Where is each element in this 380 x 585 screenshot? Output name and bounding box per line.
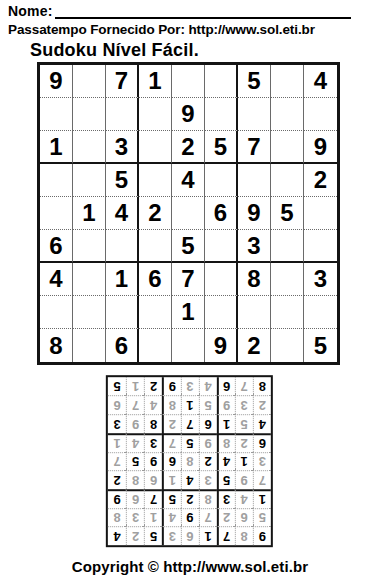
puzzle-cell-r1c8[interactable] bbox=[271, 65, 304, 98]
solution-cell-r9c5: 3 bbox=[180, 377, 198, 396]
puzzle-cell-r9c5[interactable] bbox=[172, 329, 205, 362]
puzzle-cell-r8c1[interactable] bbox=[40, 296, 73, 329]
solution-cell-r5c8: 5 bbox=[126, 452, 144, 471]
puzzle-cell-r1c2[interactable] bbox=[73, 65, 106, 98]
solution-cell-r8c3: 9 bbox=[217, 396, 235, 415]
solution-cell-r8c8: 7 bbox=[126, 396, 144, 415]
puzzle-cell-r8c6[interactable] bbox=[205, 296, 238, 329]
solution-cell-r4c3: 5 bbox=[217, 470, 235, 489]
solution-cell-r6c5: 5 bbox=[180, 433, 198, 452]
puzzle-cell-r4c8[interactable] bbox=[271, 164, 304, 197]
puzzle-cell-r6c9[interactable] bbox=[304, 230, 337, 263]
solution-cell-r1c2: 8 bbox=[235, 527, 253, 546]
puzzle-cell-r6c7: 3 bbox=[238, 230, 271, 263]
puzzle-cell-r2c8[interactable] bbox=[271, 98, 304, 131]
puzzle-cell-r3c1: 1 bbox=[40, 131, 73, 164]
solution-cell-r9c3: 6 bbox=[217, 377, 235, 396]
puzzle-cell-r3c9: 9 bbox=[304, 131, 337, 164]
solution-cell-r1c9: 4 bbox=[108, 527, 126, 546]
puzzle-cell-r1c1: 9 bbox=[40, 65, 73, 98]
solution-cell-r7c8: 9 bbox=[126, 414, 144, 433]
puzzle-cell-r5c5[interactable] bbox=[172, 197, 205, 230]
solution-cell-r9c1: 8 bbox=[253, 377, 271, 396]
solution-cell-r2c5: 9 bbox=[180, 508, 198, 527]
puzzle-cell-r5c8: 5 bbox=[271, 197, 304, 230]
puzzle-cell-r4c9: 2 bbox=[304, 164, 337, 197]
puzzle-cell-r6c3[interactable] bbox=[106, 230, 139, 263]
puzzle-cell-r9c7: 2 bbox=[238, 329, 271, 362]
solution-cell-r6c9: 1 bbox=[108, 433, 126, 452]
solution-cell-r8c9: 6 bbox=[108, 396, 126, 415]
solution-cell-r2c7: 1 bbox=[144, 508, 162, 527]
puzzle-cell-r6c6[interactable] bbox=[205, 230, 238, 263]
puzzle-cell-r9c9: 5 bbox=[304, 329, 337, 362]
puzzle-cell-r7c6[interactable] bbox=[205, 263, 238, 296]
solution-cell-r8c1: 2 bbox=[253, 396, 271, 415]
solution-cell-r4c8: 8 bbox=[126, 470, 144, 489]
solution-cell-r3c5: 2 bbox=[180, 489, 198, 508]
page-title: Sudoku Nível Fácil. bbox=[30, 40, 199, 61]
puzzle-cell-r8c9[interactable] bbox=[304, 296, 337, 329]
solution-cell-r2c4: 7 bbox=[198, 508, 216, 527]
puzzle-cell-r1c5[interactable] bbox=[172, 65, 205, 98]
solution-cell-r1c8: 2 bbox=[126, 527, 144, 546]
solution-cell-r9c4: 4 bbox=[198, 377, 216, 396]
solution-cell-r3c4: 8 bbox=[198, 489, 216, 508]
solution-cell-r2c6: 4 bbox=[162, 508, 180, 527]
name-blank-line bbox=[55, 2, 351, 19]
puzzle-cell-r6c8[interactable] bbox=[271, 230, 304, 263]
puzzle-cell-r7c4: 6 bbox=[139, 263, 172, 296]
solution-cell-r2c8: 3 bbox=[126, 508, 144, 527]
solution-cell-r2c1: 5 bbox=[253, 508, 271, 527]
solution-cell-r7c2: 5 bbox=[235, 414, 253, 433]
puzzle-cell-r7c9: 3 bbox=[304, 263, 337, 296]
puzzle-cell-r4c4[interactable] bbox=[139, 164, 172, 197]
puzzle-cell-r7c8[interactable] bbox=[271, 263, 304, 296]
solution-cell-r3c2: 4 bbox=[235, 489, 253, 508]
solution-cell-r4c7: 6 bbox=[144, 470, 162, 489]
solution-cell-r1c7: 5 bbox=[144, 527, 162, 546]
solution-cell-r1c5: 6 bbox=[180, 527, 198, 546]
puzzle-cell-r2c5: 9 bbox=[172, 98, 205, 131]
solution-cell-r4c6: 1 bbox=[162, 470, 180, 489]
copyright-text: Copyright © http://www.sol.eti.br bbox=[0, 558, 380, 575]
puzzle-cell-r7c5: 7 bbox=[172, 263, 205, 296]
puzzle-cell-r2c4[interactable] bbox=[139, 98, 172, 131]
name-row: Nome: bbox=[8, 2, 372, 19]
solution-cell-r1c3: 7 bbox=[217, 527, 235, 546]
solution-cell-r7c5: 7 bbox=[180, 414, 198, 433]
puzzle-cell-r6c5: 5 bbox=[172, 230, 205, 263]
puzzle-cell-r4c1[interactable] bbox=[40, 164, 73, 197]
puzzle-cell-r8c2[interactable] bbox=[73, 296, 106, 329]
puzzle-cell-r3c4[interactable] bbox=[139, 131, 172, 164]
solution-cell-r9c7: 2 bbox=[144, 377, 162, 396]
solution-cell-r7c4: 6 bbox=[198, 414, 216, 433]
solution-cell-r3c7: 7 bbox=[144, 489, 162, 508]
puzzle-cell-r9c4[interactable] bbox=[139, 329, 172, 362]
puzzle-cell-r2c9[interactable] bbox=[304, 98, 337, 131]
solution-cell-r6c4: 9 bbox=[198, 433, 216, 452]
puzzle-cell-r3c2[interactable] bbox=[73, 131, 106, 164]
puzzle-cell-r8c7[interactable] bbox=[238, 296, 271, 329]
sudoku-worksheet-page: Nome: Passatempo Fornecido Por: http://w… bbox=[0, 0, 380, 585]
solution-cell-r6c7: 3 bbox=[144, 433, 162, 452]
puzzle-cell-r2c7[interactable] bbox=[238, 98, 271, 131]
puzzle-cell-r1c9: 4 bbox=[304, 65, 337, 98]
puzzle-cell-r6c2[interactable] bbox=[73, 230, 106, 263]
puzzle-cell-r9c8[interactable] bbox=[271, 329, 304, 362]
provider-text: Passatempo Fornecido Por: http://www.sol… bbox=[8, 22, 315, 37]
puzzle-cell-r7c1: 4 bbox=[40, 263, 73, 296]
solution-cell-r9c6: 9 bbox=[162, 377, 180, 396]
puzzle-cell-r2c2[interactable] bbox=[73, 98, 106, 131]
solution-cell-r9c9: 5 bbox=[108, 377, 126, 396]
solution-cell-r1c1: 9 bbox=[253, 527, 271, 546]
solution-cell-r5c4: 2 bbox=[198, 452, 216, 471]
solution-cell-r4c5: 4 bbox=[180, 470, 198, 489]
solution-cell-r5c5: 8 bbox=[180, 452, 198, 471]
solution-cell-r6c2: 2 bbox=[235, 433, 253, 452]
puzzle-cell-r8c3[interactable] bbox=[106, 296, 139, 329]
solution-cell-r6c8: 4 bbox=[126, 433, 144, 452]
solution-cell-r8c5: 1 bbox=[180, 396, 198, 415]
solution-cell-r5c1: 3 bbox=[253, 452, 271, 471]
solution-cell-r7c9: 3 bbox=[108, 414, 126, 433]
puzzle-cell-r4c3: 5 bbox=[106, 164, 139, 197]
sudoku-solution-grid: 9871635245627941381438257697953416823142… bbox=[106, 375, 273, 547]
puzzle-cell-r2c1[interactable] bbox=[40, 98, 73, 131]
puzzle-cell-r3c7: 7 bbox=[238, 131, 271, 164]
puzzle-cell-r7c7: 8 bbox=[238, 263, 271, 296]
solution-cell-r5c2: 1 bbox=[235, 452, 253, 471]
solution-cell-r3c1: 1 bbox=[253, 489, 271, 508]
solution-cell-r5c6: 6 bbox=[162, 452, 180, 471]
puzzle-cell-r4c6[interactable] bbox=[205, 164, 238, 197]
solution-cell-r3c9: 9 bbox=[108, 489, 126, 508]
sudoku-puzzle-grid: 971549132579542142695653416783186925 bbox=[37, 62, 340, 365]
puzzle-cell-r6c1: 6 bbox=[40, 230, 73, 263]
solution-cell-r4c2: 9 bbox=[235, 470, 253, 489]
puzzle-cell-r5c7: 9 bbox=[238, 197, 271, 230]
solution-cell-r2c3: 2 bbox=[217, 508, 235, 527]
solution-cell-r4c4: 3 bbox=[198, 470, 216, 489]
solution-cell-r9c8: 1 bbox=[126, 377, 144, 396]
puzzle-cell-r4c2[interactable] bbox=[73, 164, 106, 197]
solution-cell-r5c3: 4 bbox=[217, 452, 235, 471]
solution-cell-r3c6: 5 bbox=[162, 489, 180, 508]
solution-cell-r8c6: 8 bbox=[162, 396, 180, 415]
solution-cell-r1c6: 3 bbox=[162, 527, 180, 546]
puzzle-cell-r1c4: 1 bbox=[139, 65, 172, 98]
puzzle-cell-r5c9[interactable] bbox=[304, 197, 337, 230]
puzzle-cell-r3c5: 2 bbox=[172, 131, 205, 164]
solution-cell-r7c7: 8 bbox=[144, 414, 162, 433]
solution-cell-r7c3: 1 bbox=[217, 414, 235, 433]
solution-cell-r9c2: 7 bbox=[235, 377, 253, 396]
puzzle-cell-r2c3[interactable] bbox=[106, 98, 139, 131]
puzzle-cell-r5c1[interactable] bbox=[40, 197, 73, 230]
solution-cell-r6c1: 6 bbox=[253, 433, 271, 452]
solution-cell-r2c9: 8 bbox=[108, 508, 126, 527]
puzzle-cell-r3c3: 3 bbox=[106, 131, 139, 164]
puzzle-cell-r8c5: 1 bbox=[172, 296, 205, 329]
solution-cell-r7c1: 4 bbox=[253, 414, 271, 433]
solution-cell-r1c4: 1 bbox=[198, 527, 216, 546]
puzzle-cell-r5c6: 6 bbox=[205, 197, 238, 230]
puzzle-cell-r5c4: 2 bbox=[139, 197, 172, 230]
puzzle-cell-r5c3: 4 bbox=[106, 197, 139, 230]
solution-cell-r2c2: 6 bbox=[235, 508, 253, 527]
solution-cell-r4c1: 7 bbox=[253, 470, 271, 489]
puzzle-cell-r9c3: 6 bbox=[106, 329, 139, 362]
solution-cell-r8c4: 5 bbox=[198, 396, 216, 415]
puzzle-cell-r8c4[interactable] bbox=[139, 296, 172, 329]
solution-cell-r5c9: 7 bbox=[108, 452, 126, 471]
puzzle-cell-r7c2[interactable] bbox=[73, 263, 106, 296]
solution-cell-r5c7: 9 bbox=[144, 452, 162, 471]
name-label: Nome: bbox=[8, 3, 53, 19]
puzzle-cell-r9c6: 9 bbox=[205, 329, 238, 362]
solution-cell-r3c3: 3 bbox=[217, 489, 235, 508]
solution-cell-r4c9: 2 bbox=[108, 470, 126, 489]
puzzle-cell-r9c1: 8 bbox=[40, 329, 73, 362]
puzzle-cell-r1c6[interactable] bbox=[205, 65, 238, 98]
solution-cell-r8c7: 4 bbox=[144, 396, 162, 415]
puzzle-cell-r7c3: 1 bbox=[106, 263, 139, 296]
puzzle-cell-r9c2[interactable] bbox=[73, 329, 106, 362]
puzzle-cell-r3c8[interactable] bbox=[271, 131, 304, 164]
puzzle-cell-r8c8[interactable] bbox=[271, 296, 304, 329]
solution-cell-r6c6: 7 bbox=[162, 433, 180, 452]
puzzle-cell-r2c6[interactable] bbox=[205, 98, 238, 131]
puzzle-cell-r5c2: 1 bbox=[73, 197, 106, 230]
puzzle-cell-r4c7[interactable] bbox=[238, 164, 271, 197]
solution-cell-r8c2: 3 bbox=[235, 396, 253, 415]
solution-cell-r3c8: 6 bbox=[126, 489, 144, 508]
puzzle-cell-r4c5: 4 bbox=[172, 164, 205, 197]
solution-cell-r6c3: 8 bbox=[217, 433, 235, 452]
puzzle-cell-r1c3: 7 bbox=[106, 65, 139, 98]
puzzle-cell-r6c4[interactable] bbox=[139, 230, 172, 263]
solution-cell-r7c6: 2 bbox=[162, 414, 180, 433]
puzzle-cell-r3c6: 5 bbox=[205, 131, 238, 164]
puzzle-cell-r1c7: 5 bbox=[238, 65, 271, 98]
